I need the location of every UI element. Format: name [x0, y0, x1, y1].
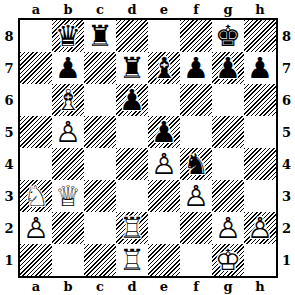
rank-label-1: 1 — [4, 253, 13, 268]
square-a4[interactable] — [20, 148, 52, 180]
rank-label-6: 6 — [4, 93, 13, 108]
square-g4[interactable] — [212, 148, 244, 180]
rank-label-4: 4 — [4, 157, 13, 172]
file-label-c: c — [96, 279, 104, 294]
piece-black-rook-d7: ♜ — [116, 52, 148, 84]
square-b3[interactable]: ♛♕ — [52, 180, 84, 212]
piece-black-queen-b8: ♛ — [52, 20, 84, 52]
square-f8[interactable] — [180, 20, 212, 52]
piece-black-rook-c8: ♜ — [84, 20, 116, 52]
piece-halo-b7: ♟ — [52, 52, 84, 84]
square-a7[interactable] — [20, 52, 52, 84]
piece-halo-h7: ♟ — [244, 52, 276, 84]
square-d7[interactable]: ♜♜ — [116, 52, 148, 84]
square-g6[interactable] — [212, 84, 244, 116]
piece-halo-d1: ♜ — [116, 244, 148, 276]
piece-white-bishop-b6: ♗ — [52, 84, 84, 116]
square-a1[interactable] — [20, 244, 52, 276]
square-e6[interactable] — [148, 84, 180, 116]
piece-white-pawn-h2: ♙ — [244, 212, 276, 244]
square-c8[interactable]: ♜♜ — [84, 20, 116, 52]
piece-white-rook-d2: ♖ — [116, 212, 148, 244]
square-c2[interactable] — [84, 212, 116, 244]
rank-label-5: 5 — [282, 125, 291, 140]
square-c1[interactable] — [84, 244, 116, 276]
square-f4[interactable]: ♞♞ — [180, 148, 212, 180]
file-labels-top: abcdefgh — [18, 0, 278, 18]
file-label-e: e — [160, 279, 168, 294]
chess-board: ♛♛♜♜♚♚♟♟♜♜♝♝♟♟♟♟♟♟♝♗♟♟♟♙♟♟♟♙♞♞♞♘♛♕♟♙♟♙♜♖… — [18, 18, 278, 278]
file-label-f: f — [193, 2, 199, 17]
square-g5[interactable] — [212, 116, 244, 148]
square-c5[interactable] — [84, 116, 116, 148]
file-label-h: h — [255, 2, 264, 17]
square-e2[interactable] — [148, 212, 180, 244]
rank-label-3: 3 — [4, 189, 13, 204]
file-label-a: a — [32, 2, 40, 17]
file-label-a: a — [32, 279, 40, 294]
piece-halo-g8: ♚ — [212, 20, 244, 52]
piece-white-king-g1: ♔ — [212, 244, 244, 276]
piece-halo-d7: ♜ — [116, 52, 148, 84]
rank-labels-right: 87654321 — [278, 18, 295, 278]
piece-halo-e4: ♟ — [148, 148, 180, 180]
square-g1[interactable]: ♚♔ — [212, 244, 244, 276]
rank-label-2: 2 — [4, 221, 13, 236]
square-h6[interactable] — [244, 84, 276, 116]
square-h2[interactable]: ♟♙ — [244, 212, 276, 244]
file-label-g: g — [223, 2, 232, 17]
piece-halo-c8: ♜ — [84, 20, 116, 52]
square-h8[interactable] — [244, 20, 276, 52]
square-d6[interactable]: ♟♟ — [116, 84, 148, 116]
piece-white-pawn-b5: ♙ — [52, 116, 84, 148]
piece-halo-e7: ♝ — [148, 52, 180, 84]
file-label-b: b — [63, 279, 72, 294]
rank-label-4: 4 — [282, 157, 291, 172]
file-label-d: d — [127, 279, 136, 294]
piece-halo-b3: ♛ — [52, 180, 84, 212]
square-h4[interactable] — [244, 148, 276, 180]
file-label-g: g — [223, 279, 232, 294]
piece-white-pawn-f3: ♙ — [180, 180, 212, 212]
square-g8[interactable]: ♚♚ — [212, 20, 244, 52]
square-b5[interactable]: ♟♙ — [52, 116, 84, 148]
piece-white-queen-b3: ♕ — [52, 180, 84, 212]
piece-halo-b5: ♟ — [52, 116, 84, 148]
rank-labels-left: 87654321 — [0, 18, 18, 278]
file-label-c: c — [96, 2, 104, 17]
piece-black-bishop-e7: ♝ — [148, 52, 180, 84]
square-d1[interactable]: ♜♖ — [116, 244, 148, 276]
square-f6[interactable] — [180, 84, 212, 116]
square-e1[interactable] — [148, 244, 180, 276]
piece-halo-e5: ♟ — [148, 116, 180, 148]
piece-halo-f7: ♟ — [180, 52, 212, 84]
square-b8[interactable]: ♛♛ — [52, 20, 84, 52]
square-c6[interactable] — [84, 84, 116, 116]
piece-white-pawn-e4: ♙ — [148, 148, 180, 180]
piece-white-rook-d1: ♖ — [116, 244, 148, 276]
piece-halo-f4: ♞ — [180, 148, 212, 180]
piece-halo-g1: ♚ — [212, 244, 244, 276]
square-a3[interactable]: ♞♘ — [20, 180, 52, 212]
piece-black-king-g8: ♚ — [212, 20, 244, 52]
file-label-b: b — [63, 2, 72, 17]
piece-halo-h2: ♟ — [244, 212, 276, 244]
piece-black-pawn-b7: ♟ — [52, 52, 84, 84]
square-c7[interactable] — [84, 52, 116, 84]
square-f1[interactable] — [180, 244, 212, 276]
piece-halo-b8: ♛ — [52, 20, 84, 52]
square-d3[interactable] — [116, 180, 148, 212]
file-label-h: h — [255, 279, 264, 294]
square-d8[interactable] — [116, 20, 148, 52]
square-f7[interactable]: ♟♟ — [180, 52, 212, 84]
square-e3[interactable] — [148, 180, 180, 212]
square-d4[interactable] — [116, 148, 148, 180]
piece-halo-g7: ♟ — [212, 52, 244, 84]
file-label-f: f — [193, 279, 199, 294]
square-d2[interactable]: ♜♖ — [116, 212, 148, 244]
square-h5[interactable] — [244, 116, 276, 148]
square-b6[interactable]: ♝♗ — [52, 84, 84, 116]
square-f2[interactable] — [180, 212, 212, 244]
square-h1[interactable] — [244, 244, 276, 276]
square-h3[interactable] — [244, 180, 276, 212]
square-c4[interactable] — [84, 148, 116, 180]
square-d5[interactable] — [116, 116, 148, 148]
piece-black-knight-f4: ♞ — [180, 148, 212, 180]
file-labels-bottom: abcdefgh — [18, 278, 278, 295]
piece-halo-b6: ♝ — [52, 84, 84, 116]
piece-white-pawn-g2: ♙ — [212, 212, 244, 244]
piece-halo-a3: ♞ — [20, 180, 52, 212]
square-b2[interactable] — [52, 212, 84, 244]
square-b1[interactable] — [52, 244, 84, 276]
piece-black-pawn-h7: ♟ — [244, 52, 276, 84]
rank-label-7: 7 — [282, 61, 291, 76]
square-a6[interactable] — [20, 84, 52, 116]
rank-label-2: 2 — [282, 221, 291, 236]
square-g3[interactable] — [212, 180, 244, 212]
square-c3[interactable] — [84, 180, 116, 212]
square-a8[interactable] — [20, 20, 52, 52]
square-g7[interactable]: ♟♟ — [212, 52, 244, 84]
piece-halo-a2: ♟ — [20, 212, 52, 244]
piece-halo-d2: ♜ — [116, 212, 148, 244]
file-label-d: d — [127, 2, 136, 17]
square-b7[interactable]: ♟♟ — [52, 52, 84, 84]
square-e7[interactable]: ♝♝ — [148, 52, 180, 84]
square-f3[interactable]: ♟♙ — [180, 180, 212, 212]
rank-label-8: 8 — [282, 29, 291, 44]
rank-label-5: 5 — [4, 125, 13, 140]
square-g2[interactable]: ♟♙ — [212, 212, 244, 244]
piece-halo-d6: ♟ — [116, 84, 148, 116]
chess-diagram: abcdefgh 87654321 ♛♛♜♜♚♚♟♟♜♜♝♝♟♟♟♟♟♟♝♗♟♟… — [0, 0, 295, 295]
square-a5[interactable] — [20, 116, 52, 148]
square-e8[interactable] — [148, 20, 180, 52]
piece-white-pawn-a2: ♙ — [20, 212, 52, 244]
square-h7[interactable]: ♟♟ — [244, 52, 276, 84]
rank-label-7: 7 — [4, 61, 13, 76]
square-b4[interactable] — [52, 148, 84, 180]
square-a2[interactable]: ♟♙ — [20, 212, 52, 244]
rank-label-8: 8 — [4, 29, 13, 44]
piece-black-pawn-d6: ♟ — [116, 84, 148, 116]
square-e4[interactable]: ♟♙ — [148, 148, 180, 180]
rank-label-3: 3 — [282, 189, 291, 204]
square-f5[interactable] — [180, 116, 212, 148]
rank-label-6: 6 — [282, 93, 291, 108]
rank-label-1: 1 — [282, 253, 291, 268]
piece-halo-f3: ♟ — [180, 180, 212, 212]
piece-black-pawn-f7: ♟ — [180, 52, 212, 84]
piece-black-pawn-e5: ♟ — [148, 116, 180, 148]
piece-halo-g2: ♟ — [212, 212, 244, 244]
piece-black-pawn-g7: ♟ — [212, 52, 244, 84]
square-e5[interactable]: ♟♟ — [148, 116, 180, 148]
piece-white-knight-a3: ♘ — [20, 180, 52, 212]
file-label-e: e — [160, 2, 168, 17]
